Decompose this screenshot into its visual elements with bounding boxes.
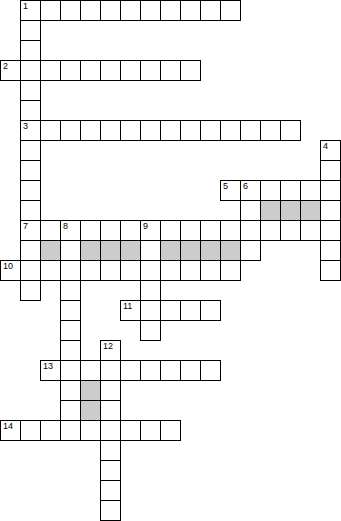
solution-cell-r13c10[interactable] [180,240,201,261]
cell-r1c11[interactable] [200,0,221,21]
cell-r22c4[interactable] [60,420,81,441]
cell-r9c2[interactable] [20,160,41,181]
clue-number-13: 13 [43,362,53,371]
cell-r14c12[interactable] [220,260,241,281]
cell-r14c9[interactable] [160,260,181,281]
cell-r12c11[interactable] [200,220,221,241]
cell-r7c14[interactable] [260,120,281,141]
cell-r19c5[interactable] [80,360,101,381]
cell-r4c9[interactable] [160,60,181,81]
cell-r3c2[interactable] [20,40,41,61]
cell-r7c5[interactable] [80,120,101,141]
cell-r12c9[interactable] [160,220,181,241]
cell-r13c17[interactable] [320,240,341,261]
cell-r10c17[interactable] [320,180,341,201]
clue-number-10: 10 [3,262,13,271]
cell-r13c8[interactable] [140,240,161,261]
cell-r10c15[interactable] [280,180,301,201]
cell-r2c2[interactable] [20,20,41,41]
cell-r4c6[interactable] [100,60,121,81]
cell-r1c2[interactable]: 1 [20,0,41,21]
cell-r25c6[interactable] [100,480,121,501]
cell-r4c3[interactable] [40,60,61,81]
cell-r13c4[interactable] [60,240,81,261]
cell-r8c17[interactable]: 4 [320,140,341,161]
clue-number-4: 4 [323,142,328,151]
cell-r13c13[interactable] [240,240,261,261]
cell-r12c10[interactable] [180,220,201,241]
solution-cell-r13c12[interactable] [220,240,241,261]
cell-r19c10[interactable] [180,360,201,381]
cell-r16c9[interactable] [160,300,181,321]
cell-r1c6[interactable] [100,0,121,21]
cell-r22c5[interactable] [80,420,101,441]
solution-cell-r13c9[interactable] [160,240,181,261]
cell-r12c4[interactable]: 8 [60,220,81,241]
cell-r16c8[interactable] [140,300,161,321]
cell-r18c6[interactable]: 12 [100,340,121,361]
cell-r4c1[interactable]: 2 [0,60,21,81]
cell-r7c6[interactable] [100,120,121,141]
cell-r14c7[interactable] [120,260,141,281]
cell-r22c6[interactable] [100,420,121,441]
solution-cell-r13c7[interactable] [120,240,141,261]
cell-r20c6[interactable] [100,380,121,401]
cell-r26c6[interactable] [100,500,121,521]
cell-r24c6[interactable] [100,460,121,481]
cell-r11c2[interactable] [20,200,41,221]
cell-r14c1[interactable]: 10 [0,260,21,281]
cell-r5c2[interactable] [20,80,41,101]
cell-r1c3[interactable] [40,0,61,21]
cell-r10c13[interactable]: 6 [240,180,261,201]
cell-r1c4[interactable] [60,0,81,21]
cell-r7c10[interactable] [180,120,201,141]
cell-r14c8[interactable] [140,260,161,281]
cell-r14c6[interactable] [100,260,121,281]
cell-r16c10[interactable] [180,300,201,321]
cell-r12c16[interactable] [300,220,321,241]
cell-r4c7[interactable] [120,60,141,81]
cell-r1c7[interactable] [120,0,141,21]
cell-r15c8[interactable] [140,280,161,301]
cell-r22c1[interactable]: 14 [0,420,21,441]
cell-r12c5[interactable] [80,220,101,241]
cell-r10c12[interactable]: 5 [220,180,241,201]
cell-r6c2[interactable] [20,100,41,121]
cell-r10c2[interactable] [20,180,41,201]
clue-number-9: 9 [143,222,148,231]
clue-number-12: 12 [103,342,113,351]
cell-r16c7[interactable]: 11 [120,300,141,321]
cell-r14c2[interactable] [20,260,41,281]
solution-cell-r13c3[interactable] [40,240,61,261]
cell-r12c7[interactable] [120,220,141,241]
cell-r11c13[interactable] [240,200,261,221]
cell-r19c9[interactable] [160,360,181,381]
cell-r7c4[interactable] [60,120,81,141]
cell-r14c11[interactable] [200,260,221,281]
cell-r4c5[interactable] [80,60,101,81]
solution-cell-r20c5[interactable] [80,380,101,401]
cell-r14c4[interactable] [60,260,81,281]
cell-r12c15[interactable] [280,220,301,241]
cell-r19c11[interactable] [200,360,221,381]
cell-r15c4[interactable] [60,280,81,301]
cell-r19c3[interactable]: 13 [40,360,61,381]
cell-r14c3[interactable] [40,260,61,281]
cell-r7c2[interactable]: 3 [20,120,41,141]
cell-r12c13[interactable] [240,220,261,241]
cell-r12c2[interactable]: 7 [20,220,41,241]
cell-r1c10[interactable] [180,0,201,21]
cell-r12c3[interactable] [40,220,61,241]
cell-r7c9[interactable] [160,120,181,141]
clue-number-7: 7 [23,222,28,231]
cell-r23c6[interactable] [100,440,121,461]
clue-number-8: 8 [63,222,68,231]
cell-r22c8[interactable] [140,420,161,441]
cell-r10c14[interactable] [260,180,281,201]
cell-r8c2[interactable] [20,140,41,161]
cell-r1c5[interactable] [80,0,101,21]
cell-r7c8[interactable] [140,120,161,141]
solution-cell-r13c5[interactable] [80,240,101,261]
cell-r22c7[interactable] [120,420,141,441]
cell-r7c13[interactable] [240,120,261,141]
cell-r22c2[interactable] [20,420,41,441]
clue-number-11: 11 [123,302,132,311]
solution-cell-r21c5[interactable] [80,400,101,421]
cell-r12c14[interactable] [260,220,281,241]
cell-r21c4[interactable] [60,400,81,421]
cell-r4c8[interactable] [140,60,161,81]
cell-r4c2[interactable] [20,60,41,81]
clue-number-2: 2 [3,62,8,71]
cell-r16c4[interactable] [60,300,81,321]
cell-r12c6[interactable] [100,220,121,241]
cell-r16c11[interactable] [200,300,221,321]
cell-r15c2[interactable] [20,280,41,301]
cell-r7c15[interactable] [280,120,301,141]
cell-r4c4[interactable] [60,60,81,81]
cell-r7c11[interactable] [200,120,221,141]
cell-r4c10[interactable] [180,60,201,81]
cell-r21c6[interactable] [100,400,121,421]
cell-r22c3[interactable] [40,420,61,441]
cell-r17c4[interactable] [60,320,81,341]
clue-number-6: 6 [243,182,248,191]
cell-r18c4[interactable] [60,340,81,361]
cell-r19c7[interactable] [120,360,141,381]
cell-r1c8[interactable] [140,0,161,21]
solution-cell-r11c14[interactable] [260,200,281,221]
clue-number-1: 1 [23,2,28,11]
cell-r14c17[interactable] [320,260,341,281]
cell-r14c5[interactable] [80,260,101,281]
clue-number-14: 14 [3,422,13,431]
cell-r11c17[interactable] [320,200,341,221]
cell-r12c8[interactable]: 9 [140,220,161,241]
crossword-grid: 1234567891011121314 [0,0,341,521]
cell-r17c8[interactable] [140,320,161,341]
cell-r13c2[interactable] [20,240,41,261]
cell-r7c7[interactable] [120,120,141,141]
solution-cell-r11c15[interactable] [280,200,301,221]
cell-r1c9[interactable] [160,0,181,21]
cell-r19c8[interactable] [140,360,161,381]
cell-r20c4[interactable] [60,380,81,401]
solution-cell-r11c16[interactable] [300,200,321,221]
cell-r7c3[interactable] [40,120,61,141]
cell-r12c17[interactable] [320,220,341,241]
cell-r12c12[interactable] [220,220,241,241]
solution-cell-r13c6[interactable] [100,240,121,261]
cell-r19c6[interactable] [100,360,121,381]
cell-r7c12[interactable] [220,120,241,141]
cell-r9c17[interactable] [320,160,341,181]
clue-number-3: 3 [23,122,28,131]
cell-r1c12[interactable] [220,0,241,21]
cell-r22c9[interactable] [160,420,181,441]
clue-number-5: 5 [223,182,228,191]
cell-r19c4[interactable] [60,360,81,381]
solution-cell-r13c11[interactable] [200,240,221,261]
cell-r10c16[interactable] [300,180,321,201]
cell-r14c10[interactable] [180,260,201,281]
